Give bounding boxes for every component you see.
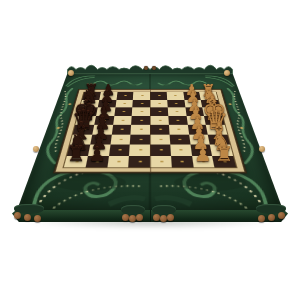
square-b6 bbox=[109, 145, 130, 156]
square-a1 bbox=[212, 156, 236, 168]
square-g1 bbox=[201, 100, 220, 108]
square-g2 bbox=[184, 100, 203, 108]
square-b5 bbox=[129, 145, 150, 156]
square-b3 bbox=[170, 145, 191, 156]
square-h3 bbox=[166, 92, 183, 99]
square-h8 bbox=[82, 92, 100, 99]
claw-foot-left bbox=[14, 206, 44, 222]
square-f4 bbox=[150, 107, 168, 115]
square-c1 bbox=[208, 134, 230, 144]
square-e5 bbox=[131, 116, 150, 125]
square-f8 bbox=[78, 107, 98, 115]
square-b1 bbox=[210, 145, 233, 156]
square-d7 bbox=[92, 125, 113, 135]
square-g4 bbox=[150, 100, 167, 108]
square-g5 bbox=[133, 100, 150, 108]
square-f6 bbox=[114, 107, 133, 115]
square-f7 bbox=[96, 107, 115, 115]
square-g3 bbox=[167, 100, 185, 108]
square-d6 bbox=[111, 125, 131, 135]
square-h1 bbox=[199, 92, 217, 99]
brass-stud-right-edge bbox=[259, 146, 265, 152]
square-g7 bbox=[98, 100, 117, 108]
square-h7 bbox=[99, 92, 117, 99]
chess-board bbox=[54, 89, 246, 172]
hinge-knob-right bbox=[152, 66, 156, 70]
board-grid bbox=[64, 92, 236, 167]
square-e6 bbox=[113, 116, 132, 125]
square-f3 bbox=[167, 107, 186, 115]
square-b8 bbox=[67, 145, 90, 156]
square-c2 bbox=[189, 134, 210, 144]
square-a6 bbox=[107, 156, 129, 168]
brass-stud-top-right bbox=[224, 70, 230, 76]
square-a5 bbox=[128, 156, 150, 168]
claw-foot-center-right bbox=[152, 207, 176, 223]
square-e2 bbox=[186, 116, 206, 125]
square-d5 bbox=[131, 125, 150, 135]
square-g8 bbox=[80, 100, 99, 108]
square-c6 bbox=[110, 134, 131, 144]
square-b4 bbox=[150, 145, 171, 156]
brass-stud-top-left bbox=[68, 70, 74, 76]
box-front-edge bbox=[12, 210, 288, 222]
square-f1 bbox=[202, 107, 222, 115]
square-h2 bbox=[183, 92, 201, 99]
claw-foot-right bbox=[256, 206, 286, 222]
square-g6 bbox=[115, 100, 133, 108]
square-e7 bbox=[94, 116, 114, 125]
square-c8 bbox=[70, 134, 92, 144]
square-d2 bbox=[187, 125, 208, 135]
square-a8 bbox=[64, 156, 88, 168]
square-e1 bbox=[204, 116, 224, 125]
square-h4 bbox=[150, 92, 167, 99]
claw-foot-center-left bbox=[121, 207, 145, 223]
chess-set-photo: ♜♟♟♜♞♟♟♞♝♟♟♝♚♟♟♚♛♟♟♛♝♟♟♝♞♟♟♞♜♟♟♜ bbox=[0, 0, 300, 300]
square-d4 bbox=[150, 125, 169, 135]
square-c7 bbox=[90, 134, 111, 144]
square-e8 bbox=[75, 116, 95, 125]
square-d3 bbox=[169, 125, 189, 135]
box-top-surface bbox=[16, 73, 283, 212]
square-f2 bbox=[185, 107, 204, 115]
square-h5 bbox=[133, 92, 150, 99]
hinge-knob-left bbox=[144, 66, 148, 70]
square-d1 bbox=[206, 125, 227, 135]
square-a4 bbox=[150, 156, 172, 168]
square-c5 bbox=[130, 134, 150, 144]
square-e3 bbox=[168, 116, 187, 125]
square-e4 bbox=[150, 116, 169, 125]
square-d8 bbox=[73, 125, 94, 135]
square-f5 bbox=[132, 107, 150, 115]
square-h6 bbox=[116, 92, 133, 99]
square-a2 bbox=[191, 156, 214, 168]
square-b2 bbox=[190, 145, 212, 156]
square-c4 bbox=[150, 134, 170, 144]
square-c3 bbox=[169, 134, 190, 144]
brass-stud-left-edge bbox=[33, 146, 39, 152]
square-b7 bbox=[88, 145, 110, 156]
square-a3 bbox=[171, 156, 193, 168]
square-a7 bbox=[85, 156, 108, 168]
